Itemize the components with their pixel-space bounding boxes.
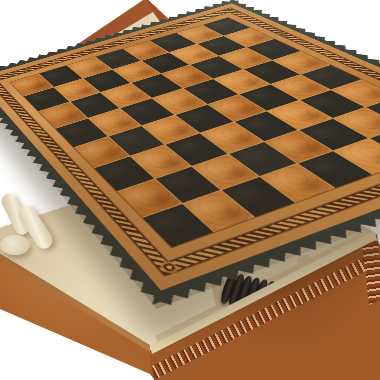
light-game-piece (0, 235, 30, 255)
product-photo-scene (0, 0, 380, 380)
light-pieces-in-tray (0, 190, 70, 268)
